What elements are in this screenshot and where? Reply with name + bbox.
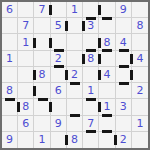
adjacent-bar-vertical <box>98 102 101 112</box>
given-digit: 1 <box>87 85 94 96</box>
adjacent-bar-horizontal <box>54 65 64 68</box>
given-digit: 1 <box>39 134 46 145</box>
cell-3-1[interactable] <box>18 51 34 67</box>
cell-6-1[interactable]: 8 <box>18 99 34 115</box>
given-digit: 9 <box>120 4 127 15</box>
given-digit: 7 <box>87 118 94 129</box>
cell-3-8[interactable]: 4 <box>132 51 148 67</box>
adjacent-bar-vertical <box>49 5 52 15</box>
given-digit: 6 <box>22 118 29 129</box>
cell-1-6[interactable] <box>99 18 115 34</box>
given-digit: 9 <box>55 118 62 129</box>
cell-0-8[interactable] <box>132 2 148 18</box>
cell-8-4[interactable]: 8 <box>67 132 83 148</box>
adjacent-bar-horizontal <box>70 82 80 85</box>
adjacent-bar-vertical <box>65 21 68 31</box>
cell-1-0[interactable] <box>2 18 18 34</box>
given-digit: 2 <box>136 85 143 96</box>
cell-0-1[interactable] <box>18 2 34 18</box>
adjacent-bar-vertical <box>65 135 68 145</box>
given-digit: 3 <box>120 101 127 112</box>
cell-6-3[interactable] <box>51 99 67 115</box>
adjacent-bar-horizontal <box>102 17 112 20</box>
adjacent-bar-vertical <box>82 54 85 64</box>
cell-3-2[interactable] <box>34 51 50 67</box>
given-digit: 8 <box>87 53 94 64</box>
adjacent-bar-horizontal <box>70 114 80 117</box>
adjacent-bar-horizontal <box>38 98 48 101</box>
given-digit: 2 <box>71 69 78 80</box>
given-digit: 1 <box>6 53 13 64</box>
cell-8-0[interactable]: 9 <box>2 132 18 148</box>
given-digit: 4 <box>120 37 127 48</box>
adjacent-bar-vertical <box>17 102 20 112</box>
given-digit: 8 <box>103 37 110 48</box>
given-digit: 8 <box>6 85 13 96</box>
cell-7-0[interactable] <box>2 116 18 132</box>
given-digit: 6 <box>55 85 62 96</box>
given-digit: 8 <box>136 20 143 31</box>
given-digit: 8 <box>71 134 78 145</box>
given-digit: 1 <box>103 101 110 112</box>
adjacent-bar-horizontal <box>102 114 112 117</box>
cell-4-2[interactable]: 8 <box>34 67 50 83</box>
adjacent-bar-horizontal <box>86 17 96 20</box>
given-digit: 2 <box>55 53 62 64</box>
adjacent-bar-vertical <box>82 21 85 31</box>
adjacent-bar-vertical <box>98 54 101 64</box>
adjacent-bar-horizontal <box>86 98 96 101</box>
cell-0-7[interactable]: 9 <box>116 2 132 18</box>
cell-8-2[interactable]: 1 <box>34 132 50 148</box>
adjacent-bar-horizontal <box>102 49 112 52</box>
adjacent-bar-horizontal <box>119 82 129 85</box>
puzzle-board: 671975381841284824861281369719182 <box>0 0 150 150</box>
adjacent-bar-vertical <box>33 70 36 80</box>
given-digit: 4 <box>136 53 143 64</box>
cell-5-7[interactable] <box>116 83 132 99</box>
given-digit: 8 <box>39 69 46 80</box>
cell-7-4[interactable] <box>67 116 83 132</box>
cell-5-3[interactable]: 6 <box>51 83 67 99</box>
cell-grid: 671975381841284824861281369719182 <box>2 2 148 148</box>
given-digit: 7 <box>39 4 46 15</box>
adjacent-bar-horizontal <box>102 130 112 133</box>
cell-1-1[interactable]: 7 <box>18 18 34 34</box>
cell-8-1[interactable] <box>18 132 34 148</box>
cell-0-3[interactable] <box>51 2 67 18</box>
given-digit: 4 <box>103 69 110 80</box>
cell-2-8[interactable] <box>132 34 148 50</box>
cell-6-7[interactable]: 3 <box>116 99 132 115</box>
cell-1-8[interactable]: 8 <box>132 18 148 34</box>
adjacent-bar-vertical <box>130 70 133 80</box>
cell-6-8[interactable] <box>132 99 148 115</box>
cell-5-4[interactable] <box>67 83 83 99</box>
adjacent-bar-vertical <box>33 38 36 48</box>
given-digit: 8 <box>22 101 29 112</box>
cell-0-4[interactable]: 1 <box>67 2 83 18</box>
cell-7-1[interactable]: 6 <box>18 116 34 132</box>
given-digit: 3 <box>87 20 94 31</box>
cell-7-2[interactable] <box>34 116 50 132</box>
adjacent-bar-vertical <box>98 70 101 80</box>
cell-1-5[interactable]: 3 <box>83 18 99 34</box>
cell-1-7[interactable] <box>116 18 132 34</box>
cell-8-5[interactable] <box>83 132 99 148</box>
cell-8-7[interactable]: 2 <box>116 132 132 148</box>
given-digit: 2 <box>120 134 127 145</box>
cell-4-0[interactable] <box>2 67 18 83</box>
given-digit: 9 <box>6 134 13 145</box>
adjacent-bar-vertical <box>49 38 52 48</box>
cell-7-7[interactable] <box>116 116 132 132</box>
adjacent-bar-horizontal <box>119 65 129 68</box>
adjacent-bar-vertical <box>33 86 36 96</box>
cell-2-4[interactable] <box>67 34 83 50</box>
cell-8-8[interactable] <box>132 132 148 148</box>
cell-4-8[interactable] <box>132 67 148 83</box>
adjacent-bar-vertical <box>65 70 68 80</box>
cell-5-8[interactable]: 2 <box>132 83 148 99</box>
adjacent-bar-horizontal <box>5 98 15 101</box>
cell-4-6[interactable]: 4 <box>99 67 115 83</box>
given-digit: 1 <box>22 37 29 48</box>
cell-2-0[interactable] <box>2 34 18 50</box>
adjacent-bar-horizontal <box>54 49 64 52</box>
adjacent-bar-vertical <box>49 102 52 112</box>
given-digit: 7 <box>22 20 29 31</box>
adjacent-bar-horizontal <box>119 49 129 52</box>
cell-5-6[interactable] <box>99 83 115 99</box>
cell-3-6[interactable] <box>99 51 115 67</box>
adjacent-bar-vertical <box>98 38 101 48</box>
cell-3-0[interactable]: 1 <box>2 51 18 67</box>
cell-7-8[interactable]: 1 <box>132 116 148 132</box>
adjacent-bar-vertical <box>114 135 117 145</box>
cell-1-2[interactable] <box>34 18 50 34</box>
cell-0-0[interactable]: 6 <box>2 2 18 18</box>
adjacent-bar-vertical <box>98 5 101 15</box>
adjacent-bar-vertical <box>130 54 133 64</box>
given-digit: 1 <box>71 4 78 15</box>
adjacent-bar-horizontal <box>86 130 96 133</box>
given-digit: 5 <box>55 20 62 31</box>
cell-7-3[interactable]: 9 <box>51 116 67 132</box>
given-digit: 6 <box>6 4 13 15</box>
adjacent-bar-horizontal <box>86 49 96 52</box>
given-digit: 1 <box>136 118 143 129</box>
